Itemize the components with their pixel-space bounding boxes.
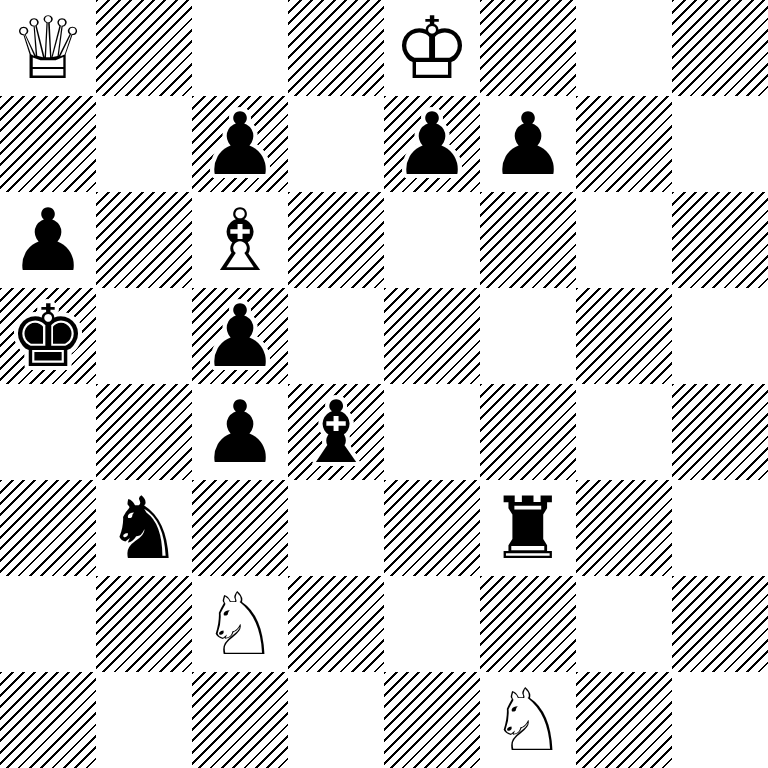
- square-a6[interactable]: ♟: [0, 192, 96, 288]
- square-e4[interactable]: [384, 384, 480, 480]
- square-f1[interactable]: ♘: [480, 672, 576, 768]
- square-b3[interactable]: ♞: [96, 480, 192, 576]
- square-b8[interactable]: [96, 0, 192, 96]
- square-c2[interactable]: ♘: [192, 576, 288, 672]
- square-f4[interactable]: [480, 384, 576, 480]
- square-h4[interactable]: [672, 384, 768, 480]
- square-h6[interactable]: [672, 192, 768, 288]
- square-f7[interactable]: ♟: [480, 96, 576, 192]
- square-h1[interactable]: [672, 672, 768, 768]
- white-knight: ♘: [489, 672, 566, 768]
- square-c4[interactable]: ♟: [192, 384, 288, 480]
- black-pawn: ♟: [201, 384, 278, 480]
- square-g1[interactable]: [576, 672, 672, 768]
- square-b7[interactable]: [96, 96, 192, 192]
- square-g7[interactable]: [576, 96, 672, 192]
- square-c8[interactable]: [192, 0, 288, 96]
- square-d5[interactable]: [288, 288, 384, 384]
- square-a7[interactable]: [0, 96, 96, 192]
- square-a8[interactable]: ♕: [0, 0, 96, 96]
- black-rook: ♜: [489, 480, 566, 576]
- black-king: ♚: [9, 288, 86, 384]
- square-g4[interactable]: [576, 384, 672, 480]
- square-a1[interactable]: [0, 672, 96, 768]
- square-d3[interactable]: [288, 480, 384, 576]
- square-d2[interactable]: [288, 576, 384, 672]
- square-e7[interactable]: ♟: [384, 96, 480, 192]
- square-e6[interactable]: [384, 192, 480, 288]
- square-a5[interactable]: ♚: [0, 288, 96, 384]
- black-knight: ♞: [105, 480, 182, 576]
- square-f2[interactable]: [480, 576, 576, 672]
- black-pawn: ♟: [489, 96, 566, 192]
- square-a4[interactable]: [0, 384, 96, 480]
- black-pawn: ♟: [201, 96, 278, 192]
- white-knight: ♘: [201, 576, 278, 672]
- black-pawn: ♟: [9, 192, 86, 288]
- square-c5[interactable]: ♟: [192, 288, 288, 384]
- square-b1[interactable]: [96, 672, 192, 768]
- chess-board: ♕♔♟♟♟♟♗♚♟♟♝♞♜♘♘: [0, 0, 768, 768]
- white-queen: ♕: [9, 0, 86, 96]
- square-f6[interactable]: [480, 192, 576, 288]
- square-h8[interactable]: [672, 0, 768, 96]
- square-c7[interactable]: ♟: [192, 96, 288, 192]
- square-e1[interactable]: [384, 672, 480, 768]
- square-c6[interactable]: ♗: [192, 192, 288, 288]
- square-g8[interactable]: [576, 0, 672, 96]
- black-pawn: ♟: [393, 96, 470, 192]
- square-g5[interactable]: [576, 288, 672, 384]
- white-king: ♔: [393, 0, 470, 96]
- black-bishop: ♝: [297, 384, 374, 480]
- square-a2[interactable]: [0, 576, 96, 672]
- black-pawn: ♟: [201, 288, 278, 384]
- square-a3[interactable]: [0, 480, 96, 576]
- square-e3[interactable]: [384, 480, 480, 576]
- square-g6[interactable]: [576, 192, 672, 288]
- square-d1[interactable]: [288, 672, 384, 768]
- square-g2[interactable]: [576, 576, 672, 672]
- square-c1[interactable]: [192, 672, 288, 768]
- square-c3[interactable]: [192, 480, 288, 576]
- square-b2[interactable]: [96, 576, 192, 672]
- square-g3[interactable]: [576, 480, 672, 576]
- square-e2[interactable]: [384, 576, 480, 672]
- square-f5[interactable]: [480, 288, 576, 384]
- square-h2[interactable]: [672, 576, 768, 672]
- square-h3[interactable]: [672, 480, 768, 576]
- square-f3[interactable]: ♜: [480, 480, 576, 576]
- square-d4[interactable]: ♝: [288, 384, 384, 480]
- white-bishop: ♗: [201, 192, 278, 288]
- square-h7[interactable]: [672, 96, 768, 192]
- square-b4[interactable]: [96, 384, 192, 480]
- square-e5[interactable]: [384, 288, 480, 384]
- square-d7[interactable]: [288, 96, 384, 192]
- square-b5[interactable]: [96, 288, 192, 384]
- square-e8[interactable]: ♔: [384, 0, 480, 96]
- square-d8[interactable]: [288, 0, 384, 96]
- square-d6[interactable]: [288, 192, 384, 288]
- square-h5[interactable]: [672, 288, 768, 384]
- square-f8[interactable]: [480, 0, 576, 96]
- square-b6[interactable]: [96, 192, 192, 288]
